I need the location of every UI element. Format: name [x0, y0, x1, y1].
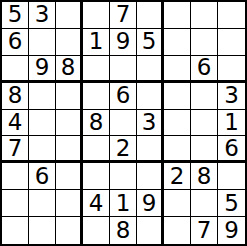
sudoku-cell-r7c4[interactable] — [83, 163, 110, 190]
sudoku-cell-r9c6[interactable] — [137, 217, 164, 244]
sudoku-cell-r2c6[interactable]: 5 — [137, 29, 164, 56]
sudoku-cell-r7c6[interactable] — [137, 163, 164, 190]
sudoku-cell-r4c6[interactable] — [137, 83, 164, 110]
sudoku-cell-r8c1[interactable] — [2, 190, 29, 217]
sudoku-cell-r7c5[interactable] — [110, 163, 137, 190]
sudoku-cell-r5c8[interactable] — [191, 110, 218, 137]
sudoku-cell-r7c3[interactable] — [56, 163, 83, 190]
sudoku-cell-r8c7[interactable] — [164, 190, 191, 217]
sudoku-cell-r3c9[interactable] — [218, 56, 245, 83]
sudoku-cell-r7c7[interactable]: 2 — [164, 163, 191, 190]
sudoku-cell-r1c1[interactable]: 5 — [2, 2, 29, 29]
sudoku-cell-r6c4[interactable] — [83, 136, 110, 163]
sudoku-cell-r2c9[interactable] — [218, 29, 245, 56]
sudoku-cell-r6c8[interactable] — [191, 136, 218, 163]
sudoku-cell-r6c6[interactable] — [137, 136, 164, 163]
sudoku-cell-r2c7[interactable] — [164, 29, 191, 56]
sudoku-cell-r4c9[interactable]: 3 — [218, 83, 245, 110]
sudoku-cell-r1c7[interactable] — [164, 2, 191, 29]
sudoku-cell-r3c4[interactable] — [83, 56, 110, 83]
sudoku-cell-r1c6[interactable] — [137, 2, 164, 29]
sudoku-cell-r1c9[interactable] — [218, 2, 245, 29]
sudoku-cell-r9c9[interactable]: 9 — [218, 217, 245, 244]
sudoku-cell-r4c3[interactable] — [56, 83, 83, 110]
sudoku-cell-r4c2[interactable] — [29, 83, 56, 110]
sudoku-cell-r5c4[interactable]: 8 — [83, 110, 110, 137]
sudoku-cell-r2c1[interactable]: 6 — [2, 29, 29, 56]
sudoku-cell-r2c4[interactable]: 1 — [83, 29, 110, 56]
sudoku-cell-r7c1[interactable] — [2, 163, 29, 190]
sudoku-cell-r2c8[interactable] — [191, 29, 218, 56]
sudoku-cell-r4c1[interactable]: 8 — [2, 83, 29, 110]
sudoku-cell-r5c1[interactable]: 4 — [2, 110, 29, 137]
sudoku-cell-r8c8[interactable] — [191, 190, 218, 217]
sudoku-cell-r9c1[interactable] — [2, 217, 29, 244]
sudoku-cell-r8c6[interactable]: 9 — [137, 190, 164, 217]
sudoku-cell-r2c5[interactable]: 9 — [110, 29, 137, 56]
sudoku-cell-r4c8[interactable] — [191, 83, 218, 110]
sudoku-cell-r3c5[interactable] — [110, 56, 137, 83]
sudoku-cell-r8c5[interactable]: 1 — [110, 190, 137, 217]
sudoku-cell-r9c5[interactable]: 8 — [110, 217, 137, 244]
sudoku-cell-r7c9[interactable] — [218, 163, 245, 190]
sudoku-cell-r5c5[interactable] — [110, 110, 137, 137]
sudoku-cell-r6c2[interactable] — [29, 136, 56, 163]
sudoku-cell-r5c2[interactable] — [29, 110, 56, 137]
sudoku-cell-r3c8[interactable]: 6 — [191, 56, 218, 83]
sudoku-cell-r4c4[interactable] — [83, 83, 110, 110]
sudoku-cell-r6c7[interactable] — [164, 136, 191, 163]
sudoku-cell-r2c2[interactable] — [29, 29, 56, 56]
sudoku-cell-r9c7[interactable] — [164, 217, 191, 244]
sudoku-cell-r4c5[interactable]: 6 — [110, 83, 137, 110]
sudoku-cell-r1c8[interactable] — [191, 2, 218, 29]
sudoku-cell-r8c9[interactable]: 5 — [218, 190, 245, 217]
sudoku-cell-r1c5[interactable]: 7 — [110, 2, 137, 29]
sudoku-cell-r2c3[interactable] — [56, 29, 83, 56]
sudoku-cell-r3c2[interactable]: 9 — [29, 56, 56, 83]
sudoku-cell-r9c2[interactable] — [29, 217, 56, 244]
sudoku-cell-r3c7[interactable] — [164, 56, 191, 83]
sudoku-cell-r1c2[interactable]: 3 — [29, 2, 56, 29]
sudoku-cell-r9c3[interactable] — [56, 217, 83, 244]
sudoku-board: 537619598686348317266284195879 — [0, 0, 247, 246]
sudoku-cell-r6c5[interactable]: 2 — [110, 136, 137, 163]
sudoku-cell-r9c8[interactable]: 7 — [191, 217, 218, 244]
sudoku-cell-r8c3[interactable] — [56, 190, 83, 217]
sudoku-cell-r5c7[interactable] — [164, 110, 191, 137]
sudoku-cell-r1c3[interactable] — [56, 2, 83, 29]
sudoku-cell-r6c9[interactable]: 6 — [218, 136, 245, 163]
sudoku-cell-r4c7[interactable] — [164, 83, 191, 110]
sudoku-cell-r6c1[interactable]: 7 — [2, 136, 29, 163]
sudoku-cell-r1c4[interactable] — [83, 2, 110, 29]
sudoku-cell-r5c6[interactable]: 3 — [137, 110, 164, 137]
sudoku-cell-r9c4[interactable] — [83, 217, 110, 244]
sudoku-cell-r6c3[interactable] — [56, 136, 83, 163]
sudoku-cell-r8c2[interactable] — [29, 190, 56, 217]
sudoku-cell-r3c1[interactable] — [2, 56, 29, 83]
sudoku-cell-r7c8[interactable]: 8 — [191, 163, 218, 190]
sudoku-cell-r3c6[interactable] — [137, 56, 164, 83]
sudoku-cell-r3c3[interactable]: 8 — [56, 56, 83, 83]
sudoku-cell-r8c4[interactable]: 4 — [83, 190, 110, 217]
sudoku-cell-r5c9[interactable]: 1 — [218, 110, 245, 137]
sudoku-cell-r7c2[interactable]: 6 — [29, 163, 56, 190]
sudoku-cell-r5c3[interactable] — [56, 110, 83, 137]
